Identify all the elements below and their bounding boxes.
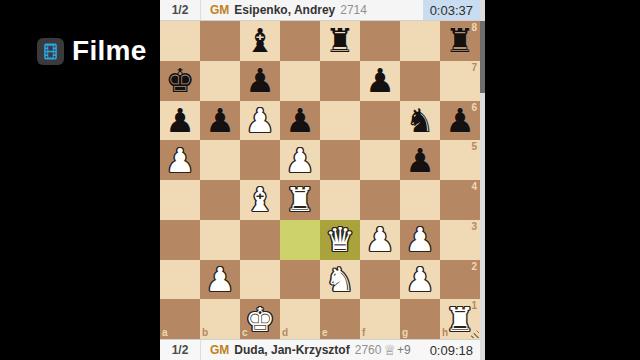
video-frame: 1/2 GM Esipenko, Andrey 2714 0:03:37 ♝♜♜…: [0, 0, 640, 360]
coord-file-e: e: [322, 328, 328, 338]
square-g4[interactable]: [400, 180, 440, 220]
piece-black-pawn[interactable]: ♟: [405, 144, 435, 177]
piece-black-pawn[interactable]: ♟: [165, 104, 195, 137]
square-c7[interactable]: ♟: [240, 61, 280, 101]
piece-white-pawn[interactable]: ♟: [365, 223, 395, 256]
square-c1[interactable]: ♚c: [240, 299, 280, 339]
square-d4[interactable]: ♜: [280, 180, 320, 220]
square-f8[interactable]: [360, 21, 400, 61]
white-queen-icon: ♕: [383, 342, 396, 358]
clock-bottom: 0:09:18: [423, 340, 480, 360]
coord-file-d: d: [282, 328, 288, 338]
square-a2[interactable]: [160, 260, 200, 300]
coord-rank-3: 3: [471, 222, 477, 232]
piece-white-rook[interactable]: ♜: [445, 303, 475, 336]
piece-white-pawn[interactable]: ♟: [405, 223, 435, 256]
square-c4[interactable]: ♝: [240, 180, 280, 220]
square-h6[interactable]: ♟6: [440, 101, 480, 141]
coord-file-a: a: [162, 328, 168, 338]
piece-black-bishop[interactable]: ♝: [245, 24, 275, 57]
square-b3[interactable]: [200, 220, 240, 260]
square-f2[interactable]: [360, 260, 400, 300]
player-bar-top: 1/2 GM Esipenko, Andrey 2714 0:03:37: [160, 0, 480, 21]
square-g5[interactable]: ♟: [400, 140, 440, 180]
piece-black-pawn[interactable]: ♟: [245, 64, 275, 97]
piece-white-queen[interactable]: ♛: [325, 223, 355, 256]
player-info-bottom: GM Duda, Jan-Krzysztof 2760: [201, 343, 381, 357]
piece-black-pawn[interactable]: ♟: [285, 104, 315, 137]
square-e4[interactable]: [320, 180, 360, 220]
square-e7[interactable]: [320, 61, 360, 101]
player-rating-bottom: 2760: [355, 343, 382, 357]
square-a6[interactable]: ♟: [160, 101, 200, 141]
watermark-label: Filme: [72, 35, 147, 67]
square-f7[interactable]: ♟: [360, 61, 400, 101]
filme-watermark: Filme: [37, 35, 147, 67]
game-score-bottom: 1/2: [160, 340, 201, 360]
square-c6[interactable]: ♟: [240, 101, 280, 141]
player-name-top: Esipenko, Andrey: [234, 3, 335, 17]
piece-white-pawn[interactable]: ♟: [205, 263, 235, 296]
piece-white-knight[interactable]: ♞: [325, 263, 355, 296]
square-f4[interactable]: [360, 180, 400, 220]
square-g8[interactable]: [400, 21, 440, 61]
square-h2[interactable]: 2: [440, 260, 480, 300]
clock-top: 0:03:37: [423, 0, 480, 20]
square-a1[interactable]: a: [160, 299, 200, 339]
coord-file-c: c: [242, 328, 248, 338]
square-h3[interactable]: 3: [440, 220, 480, 260]
square-b8[interactable]: [200, 21, 240, 61]
piece-white-pawn[interactable]: ♟: [405, 263, 435, 296]
square-c8[interactable]: ♝: [240, 21, 280, 61]
square-c2[interactable]: [240, 260, 280, 300]
square-f3[interactable]: ♟: [360, 220, 400, 260]
player-info-top: GM Esipenko, Andrey 2714: [201, 3, 367, 17]
square-f1[interactable]: f: [360, 299, 400, 339]
coord-rank-7: 7: [471, 63, 477, 73]
square-d8[interactable]: [280, 21, 320, 61]
player-name-bottom: Duda, Jan-Krzysztof: [234, 343, 349, 357]
square-a5[interactable]: ♟: [160, 140, 200, 180]
square-d1[interactable]: d: [280, 299, 320, 339]
piece-black-pawn[interactable]: ♟: [205, 104, 235, 137]
piece-black-rook[interactable]: ♜: [445, 24, 475, 57]
square-g7[interactable]: [400, 61, 440, 101]
piece-black-pawn[interactable]: ♟: [445, 104, 475, 137]
coord-rank-5: 5: [471, 142, 477, 152]
square-b5[interactable]: [200, 140, 240, 180]
coord-rank-4: 4: [471, 182, 477, 192]
piece-white-king[interactable]: ♚: [245, 303, 275, 336]
square-b6[interactable]: ♟: [200, 101, 240, 141]
piece-black-knight[interactable]: ♞: [405, 104, 435, 137]
square-e6[interactable]: [320, 101, 360, 141]
chess-board[interactable]: ♝♜♜8♚♟♟7♟♟♟♟♞♟6♟♟♟5♝♜4♛♟♟3♟♞♟2ab♚cdefg♜1…: [160, 21, 480, 339]
chess-broadcast-panel: 1/2 GM Esipenko, Andrey 2714 0:03:37 ♝♜♜…: [160, 0, 480, 360]
coord-rank-6: 6: [471, 103, 477, 113]
piece-white-bishop[interactable]: ♝: [245, 183, 275, 216]
square-h8[interactable]: ♜8: [440, 21, 480, 61]
coord-file-b: b: [202, 328, 208, 338]
material-advantage: ♕ +9: [383, 342, 410, 358]
square-c3[interactable]: [240, 220, 280, 260]
player-title-top: GM: [210, 3, 229, 17]
scrollbar-thumb[interactable]: [480, 21, 485, 93]
coord-file-f: f: [362, 328, 365, 338]
coord-file-h: h: [442, 328, 448, 338]
square-d5[interactable]: ♟: [280, 140, 320, 180]
coord-rank-1: 1: [471, 301, 477, 311]
square-h7[interactable]: 7: [440, 61, 480, 101]
film-strip-icon: [37, 38, 64, 65]
game-score-top: 1/2: [160, 0, 201, 20]
square-e8[interactable]: ♜: [320, 21, 360, 61]
square-b4[interactable]: [200, 180, 240, 220]
square-e1[interactable]: e: [320, 299, 360, 339]
square-b7[interactable]: [200, 61, 240, 101]
material-advantage-value: +9: [397, 343, 411, 357]
square-b2[interactable]: ♟: [200, 260, 240, 300]
square-g6[interactable]: ♞: [400, 101, 440, 141]
square-g3[interactable]: ♟: [400, 220, 440, 260]
square-h4[interactable]: 4: [440, 180, 480, 220]
square-g2[interactable]: ♟: [400, 260, 440, 300]
player-title-bottom: GM: [210, 343, 229, 357]
piece-black-king[interactable]: ♚: [165, 64, 195, 97]
piece-white-pawn[interactable]: ♟: [165, 144, 195, 177]
square-d3[interactable]: [280, 220, 320, 260]
piece-black-rook[interactable]: ♜: [325, 24, 355, 57]
square-e2[interactable]: ♞: [320, 260, 360, 300]
square-f5[interactable]: [360, 140, 400, 180]
coord-rank-8: 8: [471, 23, 477, 33]
page-scrollbar: [480, 0, 485, 360]
square-c5[interactable]: [240, 140, 280, 180]
square-a8[interactable]: [160, 21, 200, 61]
coord-file-g: g: [402, 328, 408, 338]
square-e3[interactable]: ♛: [320, 220, 360, 260]
piece-white-pawn[interactable]: ♟: [285, 144, 315, 177]
player-bar-bottom: 1/2 GM Duda, Jan-Krzysztof 2760 ♕ +9 0:0…: [160, 339, 480, 360]
square-a3[interactable]: [160, 220, 200, 260]
square-d6[interactable]: ♟: [280, 101, 320, 141]
piece-white-pawn[interactable]: ♟: [245, 104, 275, 137]
square-b1[interactable]: b: [200, 299, 240, 339]
square-g1[interactable]: g: [400, 299, 440, 339]
square-a7[interactable]: ♚: [160, 61, 200, 101]
piece-white-rook[interactable]: ♜: [285, 183, 315, 216]
square-d2[interactable]: [280, 260, 320, 300]
piece-black-pawn[interactable]: ♟: [365, 64, 395, 97]
coord-rank-2: 2: [471, 262, 477, 272]
square-e5[interactable]: [320, 140, 360, 180]
square-d7[interactable]: [280, 61, 320, 101]
square-f6[interactable]: [360, 101, 400, 141]
square-h5[interactable]: 5: [440, 140, 480, 180]
player-rating-top: 2714: [340, 3, 367, 17]
square-a4[interactable]: [160, 180, 200, 220]
